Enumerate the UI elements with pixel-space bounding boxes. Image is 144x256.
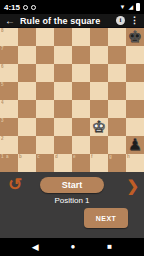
android-nav-bar: ◀ ● ■	[0, 238, 144, 256]
square-e8[interactable]	[72, 28, 90, 46]
square-e5[interactable]	[72, 82, 90, 100]
page-title: Rule of the square	[20, 16, 111, 26]
square-d4[interactable]	[54, 100, 72, 118]
info-icon[interactable]: i	[116, 16, 125, 25]
square-g5[interactable]	[108, 82, 126, 100]
square-d8[interactable]	[54, 28, 72, 46]
cell-signal-icon: ◢	[128, 4, 133, 10]
file-coordinate: e	[73, 155, 76, 160]
chevron-right-icon[interactable]: ❯	[126, 176, 139, 196]
status-time: 4:15	[4, 3, 20, 12]
square-g6[interactable]	[108, 64, 126, 82]
phone-screen: 4:15 ▼ ◢ ← Rule of the square i ⋮ 8♚7654…	[0, 0, 144, 256]
rank-coordinate: 8	[1, 29, 4, 34]
square-d7[interactable]	[54, 46, 72, 64]
square-c6[interactable]	[36, 64, 54, 82]
rank-coordinate: 7	[1, 47, 4, 52]
square-e3[interactable]	[72, 118, 90, 136]
square-g2[interactable]	[108, 136, 126, 154]
square-f6[interactable]	[90, 64, 108, 82]
square-b5[interactable]	[18, 82, 36, 100]
square-e4[interactable]	[72, 100, 90, 118]
square-f5[interactable]	[90, 82, 108, 100]
next-button[interactable]: NEXT	[84, 208, 128, 228]
square-e2[interactable]	[72, 136, 90, 154]
square-a5[interactable]: 5	[0, 82, 18, 100]
position-label: Position 1	[0, 196, 144, 205]
square-h1[interactable]: h	[126, 154, 144, 172]
piece-black-king[interactable]: ♚	[126, 28, 144, 46]
control-panel: ↺ Start Position 1 ❯ NEXT	[0, 172, 144, 238]
square-a6[interactable]: 6	[0, 64, 18, 82]
square-e1[interactable]: e	[72, 154, 90, 172]
square-g8[interactable]	[108, 28, 126, 46]
square-a7[interactable]: 7	[0, 46, 18, 64]
square-d1[interactable]: d	[54, 154, 72, 172]
nav-recents-icon[interactable]: ■	[107, 243, 112, 251]
square-b8[interactable]	[18, 28, 36, 46]
file-coordinate: h	[127, 155, 130, 160]
square-e7[interactable]	[72, 46, 90, 64]
file-coordinate: f	[91, 155, 93, 160]
rank-coordinate: 1	[1, 155, 4, 160]
rank-coordinate: 3	[1, 119, 4, 124]
nav-back-icon[interactable]: ◀	[32, 243, 39, 252]
square-a3[interactable]: 3	[0, 118, 18, 136]
file-coordinate: d	[55, 155, 58, 160]
square-g3[interactable]	[108, 118, 126, 136]
piece-white-king[interactable]: ♚	[90, 118, 108, 136]
square-g4[interactable]	[108, 100, 126, 118]
square-a1[interactable]: 1a	[0, 154, 18, 172]
status-bar: 4:15 ▼ ◢	[0, 0, 144, 14]
reset-icon[interactable]: ↺	[8, 175, 22, 195]
square-b3[interactable]	[18, 118, 36, 136]
square-h5[interactable]	[126, 82, 144, 100]
chess-board: 8♚76543♚2♟1abcdefgh	[0, 28, 144, 172]
file-coordinate: b	[19, 155, 22, 160]
rank-coordinate: 4	[1, 101, 4, 106]
square-b7[interactable]	[18, 46, 36, 64]
file-coordinate: a	[6, 155, 9, 160]
file-coordinate: g	[109, 155, 112, 160]
square-f3[interactable]: ♚	[90, 118, 108, 136]
rank-coordinate: 5	[1, 83, 4, 88]
piece-black-pawn[interactable]: ♟	[126, 136, 144, 154]
rank-coordinate: 2	[1, 137, 4, 142]
square-h8[interactable]: ♚	[126, 28, 144, 46]
square-g7[interactable]	[108, 46, 126, 64]
notification-icon	[23, 5, 28, 10]
square-b2[interactable]	[18, 136, 36, 154]
square-f8[interactable]	[90, 28, 108, 46]
file-coordinate: c	[37, 155, 40, 160]
square-d2[interactable]	[54, 136, 72, 154]
square-h2[interactable]: ♟	[126, 136, 144, 154]
square-c2[interactable]	[36, 136, 54, 154]
square-a8[interactable]: 8	[0, 28, 18, 46]
square-e6[interactable]	[72, 64, 90, 82]
square-h6[interactable]	[126, 64, 144, 82]
square-h3[interactable]	[126, 118, 144, 136]
square-g1[interactable]: g	[108, 154, 126, 172]
square-f4[interactable]	[90, 100, 108, 118]
square-a4[interactable]: 4	[0, 100, 18, 118]
app-bar: ← Rule of the square i ⋮	[0, 14, 144, 28]
square-d5[interactable]	[54, 82, 72, 100]
square-c7[interactable]	[36, 46, 54, 64]
square-d3[interactable]	[54, 118, 72, 136]
nav-home-icon[interactable]: ●	[71, 243, 76, 251]
square-c4[interactable]	[36, 100, 54, 118]
square-f7[interactable]	[90, 46, 108, 64]
square-c8[interactable]	[36, 28, 54, 46]
square-c5[interactable]	[36, 82, 54, 100]
square-b1[interactable]: b	[18, 154, 36, 172]
square-c3[interactable]	[36, 118, 54, 136]
square-h7[interactable]	[126, 46, 144, 64]
rank-coordinate: 6	[1, 65, 4, 70]
battery-icon	[136, 3, 140, 11]
square-f2[interactable]	[90, 136, 108, 154]
square-f1[interactable]: f	[90, 154, 108, 172]
square-a2[interactable]: 2	[0, 136, 18, 154]
start-button[interactable]: Start	[40, 177, 104, 193]
square-b4[interactable]	[18, 100, 36, 118]
square-c1[interactable]: c	[36, 154, 54, 172]
square-b6[interactable]	[18, 64, 36, 82]
square-d6[interactable]	[54, 64, 72, 82]
overflow-menu-icon[interactable]: ⋮	[130, 16, 139, 25]
square-h4[interactable]	[126, 100, 144, 118]
notification-icon	[31, 5, 36, 10]
back-arrow-icon[interactable]: ←	[5, 16, 15, 26]
wifi-icon: ▼	[119, 4, 125, 10]
